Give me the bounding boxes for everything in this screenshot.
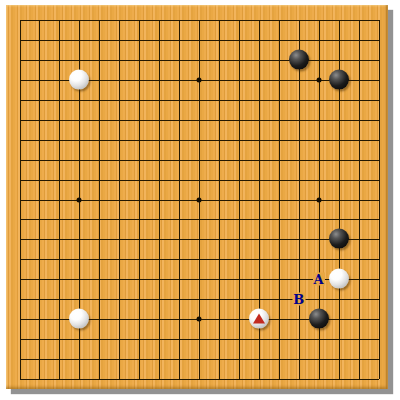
go-board[interactable]: AB: [6, 5, 388, 389]
grid-line-vertical: [299, 20, 300, 379]
stone-black-q4: [309, 309, 329, 329]
grid-line-vertical: [279, 20, 280, 379]
grid-line-vertical: [359, 20, 360, 379]
grid-line-horizontal: [20, 219, 379, 220]
star-point: [316, 77, 321, 82]
star-point: [316, 197, 321, 202]
star-point: [197, 77, 202, 82]
screenshot-root: { "game": "go", "board": { "size": 19, "…: [0, 0, 400, 400]
label-b[interactable]: B: [292, 293, 305, 306]
grid-line-horizontal: [20, 299, 379, 300]
stone-white-r6: [329, 269, 349, 289]
stone-black-r8: [329, 229, 349, 249]
grid-line-vertical: [379, 20, 380, 379]
grid-line-horizontal: [20, 259, 379, 260]
grid-line-horizontal: [20, 359, 379, 360]
label-a[interactable]: A: [313, 273, 325, 286]
star-point: [197, 197, 202, 202]
stone-white-d16: [69, 69, 89, 89]
stone-white-d4: [69, 309, 89, 329]
grid-line-horizontal: [20, 339, 379, 340]
star-point: [77, 197, 82, 202]
grid-line-vertical: [219, 20, 220, 379]
stone-white-n4: [249, 309, 269, 329]
grid-line-vertical: [239, 20, 240, 379]
board-grid[interactable]: AB: [20, 20, 379, 379]
triangle-marker: [253, 313, 265, 323]
stone-black-p17: [289, 49, 309, 69]
star-point: [197, 317, 202, 322]
grid-line-horizontal: [20, 239, 379, 240]
grid-line-horizontal: [20, 379, 379, 380]
stone-black-r16: [329, 69, 349, 89]
